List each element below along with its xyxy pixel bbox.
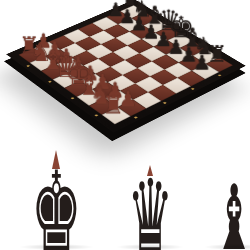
board-grid: ♜♞♝♛♚♝♞♜♟♟♟♟♟♟♟♟♟♟♟♟♟♟♟♟♜♞♝♛♚♝♞♜ xyxy=(19,5,233,124)
black-queen: ♛ xyxy=(106,166,195,247)
brass-dot xyxy=(94,114,99,117)
brass-dot xyxy=(26,65,30,67)
brass-dot xyxy=(191,88,195,91)
board-scene: ♜♞♝♛♚♝♞♜♟♟♟♟♟♟♟♟♟♟♟♟♟♟♟♟♜♞♝♛♚♝♞♜ xyxy=(0,0,250,140)
king-glyph: ♚ xyxy=(31,157,82,250)
piece-showcase: ♚♛♝♞♜♟ xyxy=(0,141,250,247)
queen-tip-finial xyxy=(147,165,153,176)
queen-glyph: ♛ xyxy=(127,166,173,250)
piece-black-p-h7: ♟ xyxy=(192,53,211,73)
black-king: ♚ xyxy=(7,157,106,247)
king-spire-finial xyxy=(52,150,60,169)
brass-dot xyxy=(163,102,167,105)
brass-dot xyxy=(48,81,52,83)
chess-set-product-photo: ♜♞♝♛♚♝♞♜♟♟♟♟♟♟♟♟♟♟♟♟♟♟♟♟♜♞♝♛♚♝♞♜ ♚♛♝♞♜♟ xyxy=(0,0,250,250)
piece-white-r-h1: ♜ xyxy=(102,93,122,118)
brass-dot xyxy=(218,74,222,76)
brass-dot xyxy=(70,97,74,100)
bishop-glyph: ♝ xyxy=(214,173,250,250)
black-bishop: ♝ xyxy=(194,173,250,247)
chess-board: ♜♞♝♛♚♝♞♜♟♟♟♟♟♟♟♟♟♟♟♟♟♟♟♟♜♞♝♛♚♝♞♜ xyxy=(6,0,246,133)
brass-dot xyxy=(134,116,139,119)
